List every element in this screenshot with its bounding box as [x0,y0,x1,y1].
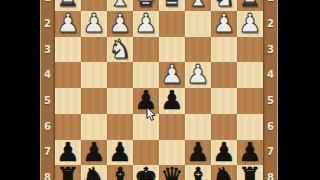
square-b8[interactable]: ♞ [211,165,237,180]
black-pawn-d5: ♟ [160,88,183,114]
square-c8[interactable]: ♝ [185,165,211,180]
rank-label-left-1: 1 [40,0,55,3]
square-d2[interactable] [159,11,185,37]
square-a2[interactable]: ♟ [237,11,263,37]
square-g3[interactable] [81,37,107,63]
square-c6[interactable] [185,114,211,140]
square-f1[interactable]: ♝ [107,0,133,11]
black-bishop-f8: ♝ [108,165,131,180]
square-h3[interactable] [55,37,81,63]
black-knight-g8: ♞ [82,165,105,180]
white-pawn-c4: ♟ [186,62,209,88]
rank-label-right-3: 3 [263,45,278,55]
rank-label-left-8: 8 [40,173,55,180]
black-pawn-f7: ♟ [108,140,131,166]
square-h8[interactable]: ♜ [55,165,81,180]
rank-label-left-4: 4 [40,70,55,80]
black-king-e8: ♚ [134,165,157,180]
square-g7[interactable]: ♟ [81,140,107,166]
rank-label-right-4: 4 [263,70,278,80]
square-a7[interactable]: ♟ [237,140,263,166]
black-pawn-a7: ♟ [238,140,261,166]
black-queen-d8: ♛ [160,165,183,180]
square-b6[interactable] [211,114,237,140]
square-h4[interactable] [55,62,81,88]
square-h7[interactable]: ♟ [55,140,81,166]
white-rook-h1: ♜ [56,0,79,11]
black-rook-a8: ♜ [238,165,261,180]
square-e2[interactable]: ♟ [133,11,159,37]
chess-board: ♜♝♚♛♝♞♜♟♟♟♟♟♟♞♟♟♟♟♟♟♟♟♟♟♜♞♝♚♛♝♞♜ [55,0,263,180]
square-b1[interactable]: ♞ [211,0,237,11]
square-g8[interactable]: ♞ [81,165,107,180]
square-d1[interactable]: ♛ [159,0,185,11]
square-f3[interactable]: ♞ [107,37,133,63]
square-e3[interactable] [133,37,159,63]
square-e5[interactable]: ♟ [133,88,159,114]
square-f5[interactable] [107,88,133,114]
white-pawn-a2: ♟ [238,11,261,37]
square-e7[interactable] [133,140,159,166]
rank-label-left-7: 7 [40,147,55,157]
square-a5[interactable] [237,88,263,114]
square-g2[interactable]: ♟ [81,11,107,37]
square-b3[interactable] [211,37,237,63]
square-c5[interactable] [185,88,211,114]
rank-label-right-7: 7 [263,147,278,157]
white-pawn-d4: ♟ [160,62,183,88]
square-a1[interactable]: ♜ [237,0,263,11]
black-pawn-b7: ♟ [212,140,235,166]
square-d5[interactable]: ♟ [159,88,185,114]
black-bishop-c8: ♝ [186,165,209,180]
square-b2[interactable]: ♟ [211,11,237,37]
rank-label-right-6: 6 [263,122,278,132]
square-a8[interactable]: ♜ [237,165,263,180]
white-king-e1: ♚ [134,0,157,11]
square-b5[interactable] [211,88,237,114]
square-c2[interactable] [185,11,211,37]
square-a6[interactable] [237,114,263,140]
square-g6[interactable] [81,114,107,140]
white-knight-b1: ♞ [212,0,235,11]
square-f7[interactable]: ♟ [107,140,133,166]
rank-label-left-2: 2 [40,19,55,29]
square-c1[interactable]: ♝ [185,0,211,11]
square-g5[interactable] [81,88,107,114]
square-b4[interactable] [211,62,237,88]
white-bishop-f1: ♝ [108,0,131,11]
square-b7[interactable]: ♟ [211,140,237,166]
square-h6[interactable] [55,114,81,140]
rank-label-left-5: 5 [40,96,55,106]
square-f6[interactable] [107,114,133,140]
white-pawn-g2: ♟ [82,11,105,37]
square-f8[interactable]: ♝ [107,165,133,180]
square-e4[interactable] [133,62,159,88]
square-h1[interactable]: ♜ [55,0,81,11]
white-pawn-b2: ♟ [212,11,235,37]
square-d6[interactable] [159,114,185,140]
square-c7[interactable]: ♟ [185,140,211,166]
square-d3[interactable] [159,37,185,63]
video-frame: ♜♝♚♛♝♞♜♟♟♟♟♟♟♞♟♟♟♟♟♟♟♟♟♟♜♞♝♚♛♝♞♜ 1234567… [0,0,320,180]
square-e1[interactable]: ♚ [133,0,159,11]
square-a4[interactable] [237,62,263,88]
square-f4[interactable] [107,62,133,88]
black-pawn-c7: ♟ [186,140,209,166]
rank-label-left-3: 3 [40,45,55,55]
square-h2[interactable]: ♟ [55,11,81,37]
black-rook-h8: ♜ [56,165,79,180]
rank-label-right-2: 2 [263,19,278,29]
black-pawn-g7: ♟ [82,140,105,166]
black-pawn-e5: ♟ [134,88,157,114]
square-h5[interactable] [55,88,81,114]
white-knight-f3: ♞ [108,37,131,63]
square-g4[interactable] [81,62,107,88]
square-c3[interactable] [185,37,211,63]
square-e8[interactable]: ♚ [133,165,159,180]
square-d7[interactable] [159,140,185,166]
rank-label-left-6: 6 [40,122,55,132]
rank-label-right-5: 5 [263,96,278,106]
white-rook-a1: ♜ [238,0,261,11]
square-d4[interactable]: ♟ [159,62,185,88]
square-e6[interactable] [133,114,159,140]
square-f2[interactable]: ♟ [107,11,133,37]
rank-label-right-1: 1 [263,0,278,3]
rank-label-right-8: 8 [263,173,278,180]
black-knight-b8: ♞ [212,165,235,180]
square-d8[interactable]: ♛ [159,165,185,180]
white-pawn-e2: ♟ [134,11,157,37]
square-c4[interactable]: ♟ [185,62,211,88]
square-g1[interactable] [81,0,107,11]
white-pawn-f2: ♟ [108,11,131,37]
white-queen-d1: ♛ [160,0,183,11]
square-a3[interactable] [237,37,263,63]
white-bishop-c1: ♝ [186,0,209,11]
white-pawn-h2: ♟ [56,11,79,37]
black-pawn-h7: ♟ [56,140,79,166]
